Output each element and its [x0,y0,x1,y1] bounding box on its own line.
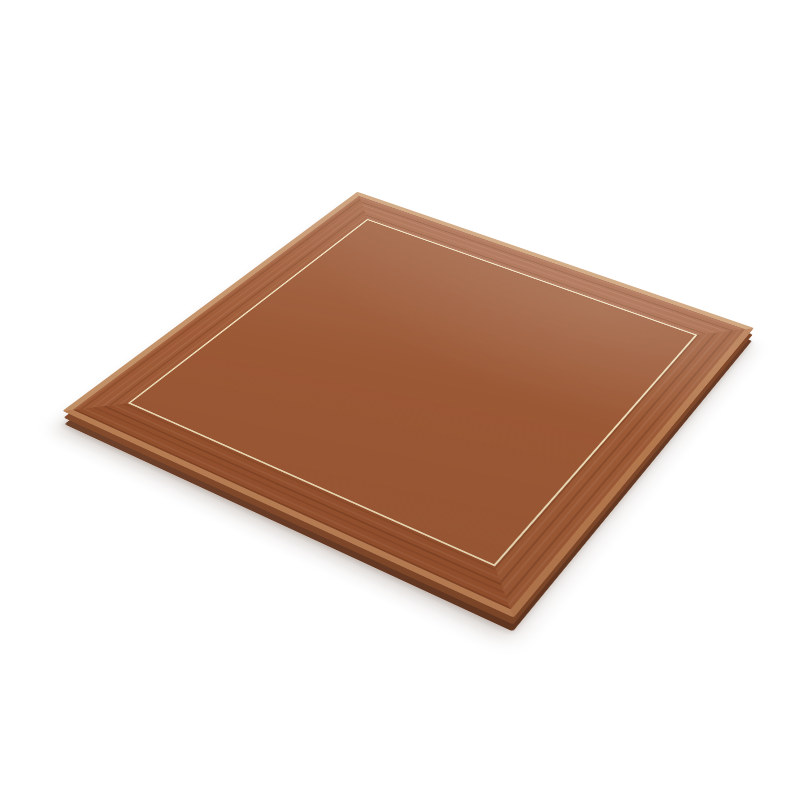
board-top-face [62,192,754,618]
photo-background [0,0,800,800]
playing-field [128,219,698,567]
chess-board [62,192,754,618]
